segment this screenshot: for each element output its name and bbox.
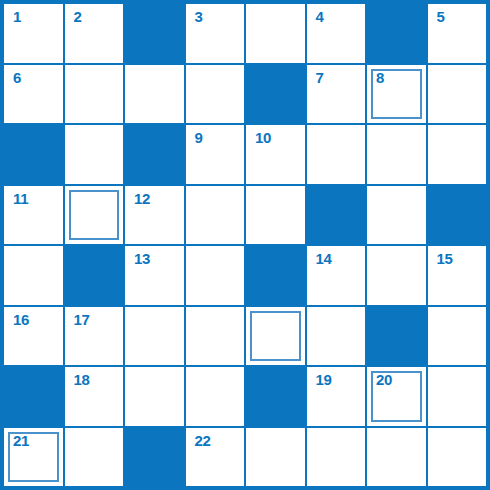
clue-number-9: 9 xyxy=(195,130,203,145)
clue-number-15: 15 xyxy=(437,251,453,266)
cell-r3c2[interactable]: 12 xyxy=(125,186,184,245)
clue-number-10: 10 xyxy=(255,130,271,145)
cell-r0c0[interactable]: 1 xyxy=(4,4,63,63)
cell-r5c7[interactable] xyxy=(428,307,487,366)
cell-r4c5[interactable]: 14 xyxy=(307,246,366,305)
clue-number-16: 16 xyxy=(13,312,29,327)
cell-r4c2[interactable]: 13 xyxy=(125,246,184,305)
clue-number-5: 5 xyxy=(437,9,445,24)
cell-r6c5[interactable]: 19 xyxy=(307,367,366,426)
cell-r0c5[interactable]: 4 xyxy=(307,4,366,63)
cell-r3c6[interactable] xyxy=(367,186,426,245)
cell-r3c0[interactable]: 11 xyxy=(4,186,63,245)
clue-number-14: 14 xyxy=(316,251,332,266)
cell-r1c2[interactable] xyxy=(125,65,184,124)
cell-r1c0[interactable]: 6 xyxy=(4,65,63,124)
clue-number-6: 6 xyxy=(13,70,21,85)
cell-r6c1[interactable]: 18 xyxy=(65,367,124,426)
marked-cell-outline xyxy=(250,311,301,362)
cell-r7c0[interactable]: 21 xyxy=(4,428,63,487)
cell-r7c3[interactable]: 22 xyxy=(186,428,245,487)
cell-r7c1[interactable] xyxy=(65,428,124,487)
clue-number-18: 18 xyxy=(74,372,90,387)
clue-number-11: 11 xyxy=(13,191,28,206)
blocked-cell-r7c2 xyxy=(125,428,184,487)
marked-cell-outline xyxy=(69,190,120,241)
cell-r4c3[interactable] xyxy=(186,246,245,305)
clue-number-19: 19 xyxy=(316,372,332,387)
cell-r5c3[interactable] xyxy=(186,307,245,366)
blocked-cell-r0c2 xyxy=(125,4,184,63)
clue-number-20: 20 xyxy=(376,372,392,387)
blocked-cell-r1c4 xyxy=(246,65,305,124)
clue-number-8: 8 xyxy=(376,70,384,85)
cell-r2c5[interactable] xyxy=(307,125,366,184)
clue-number-4: 4 xyxy=(316,9,324,24)
blocked-cell-r6c0 xyxy=(4,367,63,426)
blocked-cell-r3c5 xyxy=(307,186,366,245)
blocked-cell-r4c1 xyxy=(65,246,124,305)
cell-r0c3[interactable]: 3 xyxy=(186,4,245,63)
cell-r2c4[interactable]: 10 xyxy=(246,125,305,184)
cell-r5c2[interactable] xyxy=(125,307,184,366)
cell-r1c6[interactable]: 8 xyxy=(367,65,426,124)
cell-r3c3[interactable] xyxy=(186,186,245,245)
cell-r7c6[interactable] xyxy=(367,428,426,487)
clue-number-1: 1 xyxy=(13,9,21,24)
cell-r0c7[interactable]: 5 xyxy=(428,4,487,63)
cell-r5c5[interactable] xyxy=(307,307,366,366)
clue-number-13: 13 xyxy=(134,251,150,266)
cell-r5c1[interactable]: 17 xyxy=(65,307,124,366)
cell-r1c1[interactable] xyxy=(65,65,124,124)
cell-r1c3[interactable] xyxy=(186,65,245,124)
clue-number-22: 22 xyxy=(195,433,211,448)
blocked-cell-r4c4 xyxy=(246,246,305,305)
blocked-cell-r5c6 xyxy=(367,307,426,366)
cell-r0c1[interactable]: 2 xyxy=(65,4,124,63)
cell-r0c4[interactable] xyxy=(246,4,305,63)
cell-r7c5[interactable] xyxy=(307,428,366,487)
cell-r5c4[interactable] xyxy=(246,307,305,366)
crossword-grid: 12345678910111213141516171819202122 xyxy=(0,0,490,490)
blocked-cell-r2c2 xyxy=(125,125,184,184)
clue-number-7: 7 xyxy=(316,70,324,85)
cell-r6c3[interactable] xyxy=(186,367,245,426)
cell-r7c7[interactable] xyxy=(428,428,487,487)
cell-r1c5[interactable]: 7 xyxy=(307,65,366,124)
clue-number-2: 2 xyxy=(74,9,82,24)
clue-number-3: 3 xyxy=(195,9,203,24)
blocked-cell-r6c4 xyxy=(246,367,305,426)
cell-r2c7[interactable] xyxy=(428,125,487,184)
cell-r2c1[interactable] xyxy=(65,125,124,184)
cell-r6c7[interactable] xyxy=(428,367,487,426)
clue-number-12: 12 xyxy=(134,191,150,206)
cell-r3c4[interactable] xyxy=(246,186,305,245)
cell-r4c7[interactable]: 15 xyxy=(428,246,487,305)
clue-number-21: 21 xyxy=(13,433,29,448)
blocked-cell-r3c7 xyxy=(428,186,487,245)
blocked-cell-r0c6 xyxy=(367,4,426,63)
cell-r4c6[interactable] xyxy=(367,246,426,305)
blocked-cell-r2c0 xyxy=(4,125,63,184)
cell-r3c1[interactable] xyxy=(65,186,124,245)
cell-r1c7[interactable] xyxy=(428,65,487,124)
clue-number-17: 17 xyxy=(74,312,90,327)
cell-r6c6[interactable]: 20 xyxy=(367,367,426,426)
cell-r7c4[interactable] xyxy=(246,428,305,487)
cell-r2c6[interactable] xyxy=(367,125,426,184)
cell-r2c3[interactable]: 9 xyxy=(186,125,245,184)
cell-r4c0[interactable] xyxy=(4,246,63,305)
cell-r6c2[interactable] xyxy=(125,367,184,426)
cell-r5c0[interactable]: 16 xyxy=(4,307,63,366)
